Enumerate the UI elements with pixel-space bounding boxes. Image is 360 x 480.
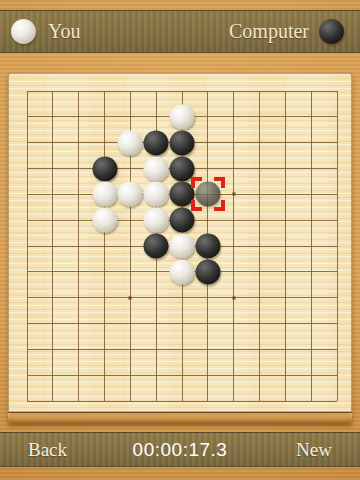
white-stone <box>170 234 195 259</box>
board-face[interactable] <box>8 73 352 412</box>
white-stone <box>170 259 195 284</box>
back-button[interactable]: Back <box>28 439 67 461</box>
players-header-bar: You Computer <box>0 10 360 53</box>
bottom-toolbar: Back 00:00:17.3 New <box>0 432 360 467</box>
white-stone <box>118 130 143 155</box>
white-stone-icon <box>11 19 36 44</box>
black-stone <box>195 234 220 259</box>
grid-line-vertical <box>337 91 338 401</box>
you-player-label: You <box>48 20 80 43</box>
black-stone <box>195 259 220 284</box>
white-stone <box>144 208 169 233</box>
grid-line-horizontal <box>27 323 337 324</box>
black-stone <box>144 234 169 259</box>
grid-line-vertical <box>285 91 286 401</box>
board-grid[interactable] <box>27 91 337 401</box>
white-stone <box>92 208 117 233</box>
black-stone <box>144 130 169 155</box>
board-edge <box>8 412 352 423</box>
grid-line-horizontal <box>27 375 337 376</box>
black-stone <box>170 130 195 155</box>
computer-player-label: Computer <box>229 20 309 43</box>
grid-line-vertical <box>259 91 260 401</box>
game-board[interactable] <box>8 73 352 423</box>
grid-line-horizontal <box>27 401 337 402</box>
black-stone-icon <box>319 19 344 44</box>
grid-line-vertical <box>311 91 312 401</box>
white-stone <box>170 104 195 129</box>
white-stone <box>92 182 117 207</box>
white-stone <box>144 182 169 207</box>
game-timer: 00:00:17.3 <box>133 439 228 461</box>
star-point <box>232 192 236 196</box>
star-point <box>232 296 236 300</box>
star-point <box>128 296 132 300</box>
black-stone <box>170 208 195 233</box>
new-button[interactable]: New <box>296 439 332 461</box>
black-stone <box>92 156 117 181</box>
grid-line-horizontal <box>27 297 337 298</box>
grid-line-horizontal <box>27 349 337 350</box>
gomoku-app-screen: You Computer Back 00:00:17.3 New <box>0 0 360 480</box>
white-stone <box>144 156 169 181</box>
last-move-marker <box>191 177 225 211</box>
white-stone <box>118 182 143 207</box>
grid-line-vertical <box>233 91 234 401</box>
